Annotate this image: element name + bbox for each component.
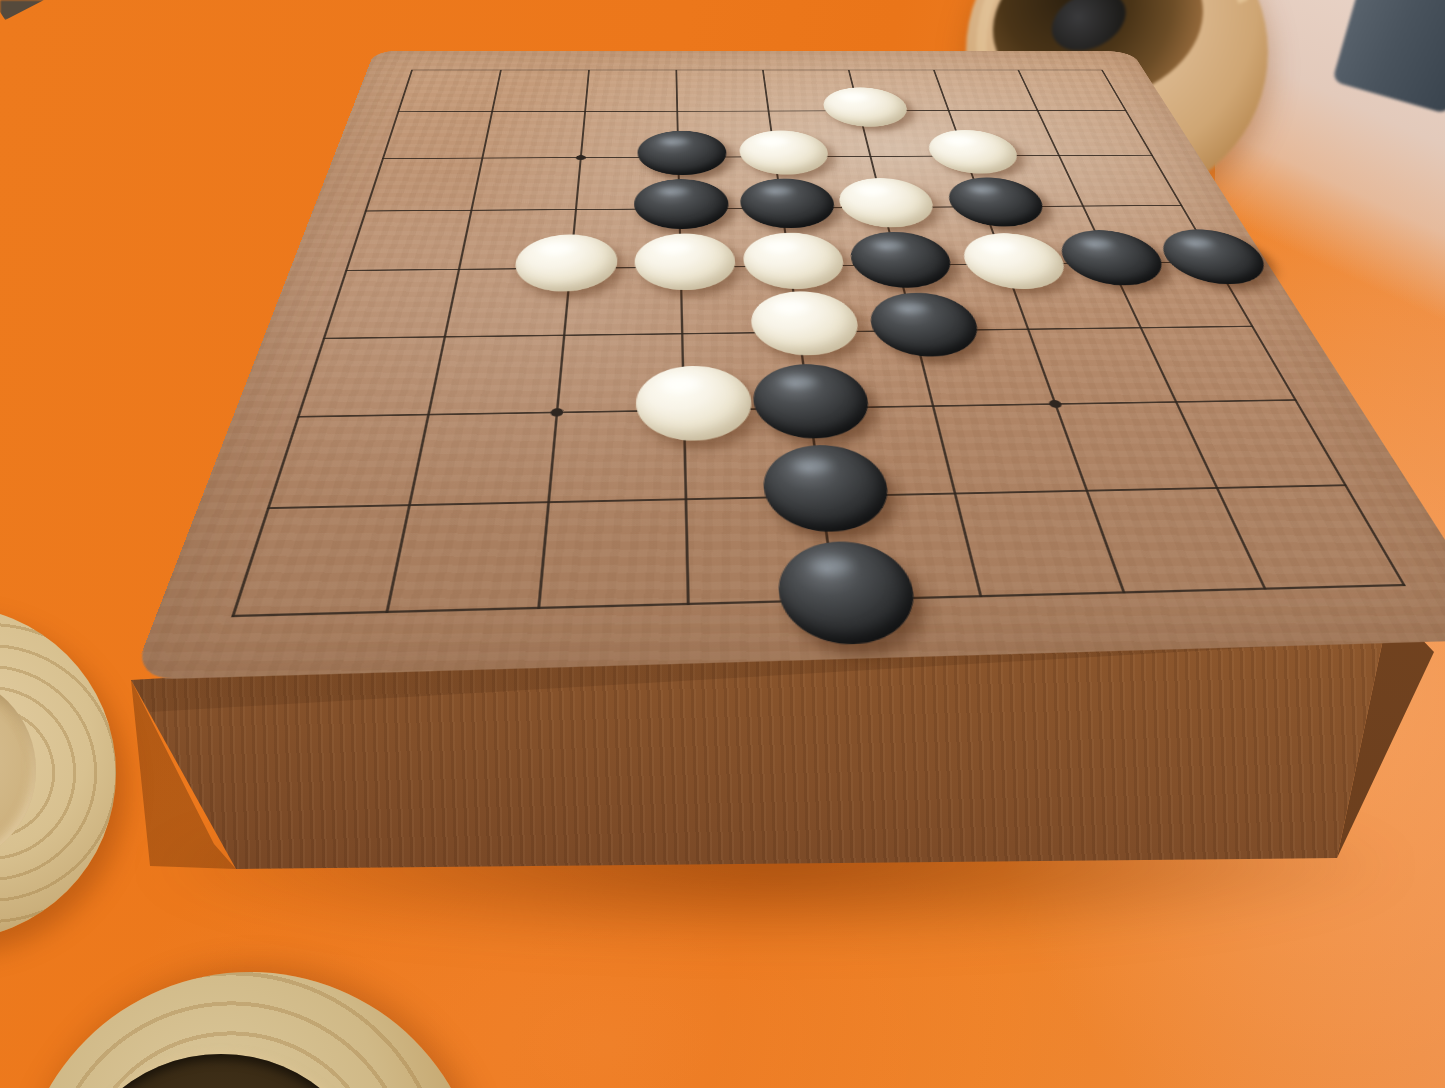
photo-scene — [0, 0, 1445, 1088]
bowl-lid-bottom[interactable] — [18, 972, 482, 1088]
star-point-layer — [375, 51, 1132, 52]
stones-layer — [375, 51, 1132, 52]
bowl-lid-left-center — [0, 673, 36, 867]
bowl-lid-bottom-recess — [60, 1054, 382, 1088]
corner-object — [0, 0, 44, 20]
bowl-lid-left[interactable] — [0, 606, 116, 940]
